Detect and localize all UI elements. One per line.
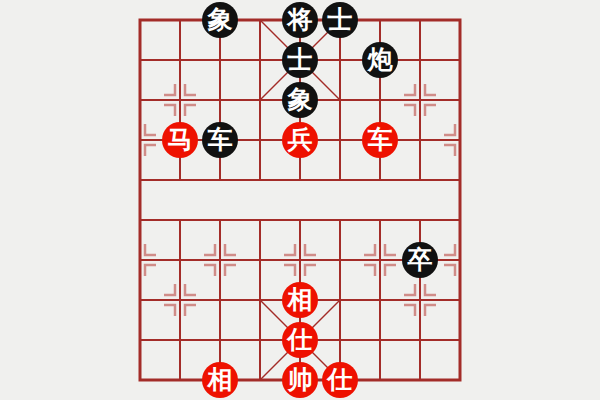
piece-glyph: 象 [288, 87, 313, 112]
piece-glyph: 兵 [288, 127, 313, 152]
piece-glyph: 将 [288, 7, 313, 32]
piece-glyph: 车 [208, 127, 233, 152]
piece-glyph: 象 [208, 7, 233, 32]
piece-black-general[interactable]: 将 [282, 2, 318, 38]
piece-glyph: 马 [168, 127, 193, 152]
piece-black-chariot[interactable]: 车 [202, 122, 238, 158]
piece-glyph: 相 [288, 287, 313, 312]
piece-black-soldier[interactable]: 卒 [402, 242, 438, 278]
piece-black-advisor[interactable]: 士 [282, 42, 318, 78]
xiangqi-board[interactable]: 象将士士炮象车卒马兵车相仕相帅仕 [0, 0, 600, 400]
piece-glyph: 卒 [408, 247, 433, 272]
piece-black-elephant[interactable]: 象 [282, 82, 318, 118]
piece-red-elephant[interactable]: 相 [202, 362, 238, 398]
piece-glyph: 士 [328, 7, 353, 32]
piece-black-elephant[interactable]: 象 [202, 2, 238, 38]
pieces-layer: 象将士士炮象车卒马兵车相仕相帅仕 [120, 0, 480, 400]
piece-red-soldier[interactable]: 兵 [282, 122, 318, 158]
piece-glyph: 炮 [368, 47, 393, 72]
piece-red-general[interactable]: 帅 [282, 362, 318, 398]
piece-black-advisor[interactable]: 士 [322, 2, 358, 38]
piece-glyph: 仕 [288, 327, 313, 352]
piece-black-cannon[interactable]: 炮 [362, 42, 398, 78]
piece-glyph: 帅 [288, 367, 313, 392]
piece-glyph: 车 [368, 127, 393, 152]
piece-glyph: 士 [288, 47, 313, 72]
piece-glyph: 相 [208, 367, 233, 392]
piece-red-advisor[interactable]: 仕 [322, 362, 358, 398]
xiangqi-app: 象将士士炮象车卒马兵车相仕相帅仕 [0, 0, 600, 400]
piece-red-chariot[interactable]: 车 [362, 122, 398, 158]
piece-glyph: 仕 [328, 367, 353, 392]
piece-red-elephant[interactable]: 相 [282, 282, 318, 318]
piece-red-advisor[interactable]: 仕 [282, 322, 318, 358]
piece-red-horse[interactable]: 马 [162, 122, 198, 158]
